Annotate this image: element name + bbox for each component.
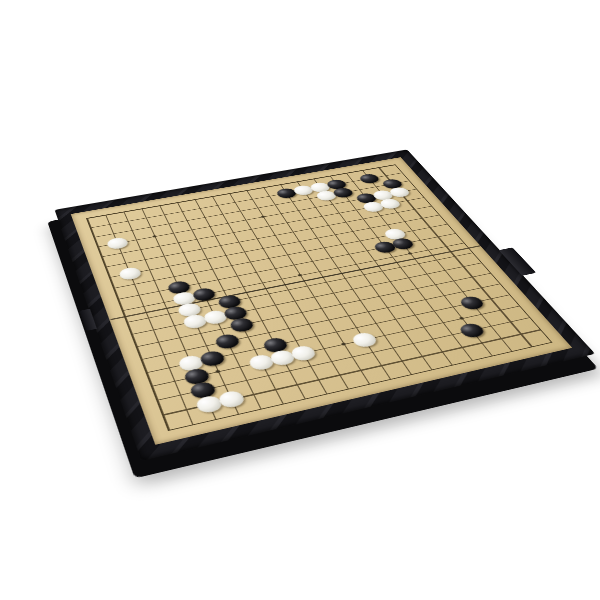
- star-point: [261, 215, 266, 217]
- white-stone[interactable]: [117, 266, 142, 281]
- white-stone[interactable]: [349, 331, 379, 349]
- white-stone[interactable]: [288, 344, 318, 362]
- black-stone[interactable]: [221, 305, 248, 321]
- black-stone[interactable]: [165, 280, 191, 295]
- white-stone[interactable]: [170, 290, 196, 306]
- star-point: [215, 370, 221, 374]
- go-board: [300, 292, 600, 600]
- star-point: [341, 342, 347, 345]
- black-stone[interactable]: [213, 332, 241, 350]
- go-board-surface[interactable]: [71, 157, 572, 445]
- star-point: [181, 297, 186, 300]
- white-stone[interactable]: [193, 394, 223, 414]
- black-stone[interactable]: [357, 173, 381, 184]
- board-top: [55, 150, 596, 461]
- white-stone[interactable]: [216, 389, 246, 409]
- black-stone[interactable]: [456, 322, 486, 339]
- black-stone[interactable]: [182, 367, 211, 386]
- fold-hinge: [80, 309, 97, 331]
- white-stone[interactable]: [105, 236, 129, 250]
- white-stone[interactable]: [181, 313, 208, 330]
- fold-seam: [110, 245, 480, 320]
- black-stone[interactable]: [260, 336, 289, 354]
- star-point: [152, 235, 157, 238]
- white-stone[interactable]: [175, 302, 202, 318]
- black-stone[interactable]: [215, 294, 242, 310]
- black-stone[interactable]: [187, 380, 217, 400]
- black-stone[interactable]: [227, 316, 255, 333]
- black-stone[interactable]: [190, 287, 217, 303]
- black-stone[interactable]: [457, 295, 486, 311]
- white-stone[interactable]: [176, 354, 205, 373]
- white-stone[interactable]: [201, 309, 228, 326]
- white-stone[interactable]: [267, 348, 296, 366]
- board-frame: [55, 150, 596, 461]
- product-photo-background: [0, 0, 600, 600]
- star-point: [297, 274, 302, 277]
- star-point: [459, 317, 465, 320]
- black-stone[interactable]: [197, 349, 226, 367]
- white-stone[interactable]: [246, 353, 275, 372]
- star-point: [407, 252, 412, 255]
